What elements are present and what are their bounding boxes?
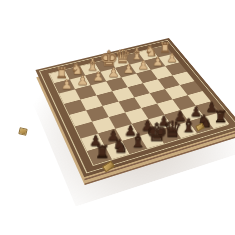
photo-scene: ♜♞♝♚♛♝♞♜♟♟♟♟♟♟♟♟♟♟♟♟♟♟♟♟♜♞♝♚♛♝♞♜ bbox=[0, 0, 235, 235]
white-pawn: ♟ bbox=[74, 74, 91, 87]
white-pawn: ♟ bbox=[164, 52, 180, 64]
white-pawn: ♟ bbox=[58, 78, 75, 91]
white-pawn: ♟ bbox=[120, 62, 136, 74]
black-king: ♚ bbox=[146, 121, 165, 145]
white-pawn: ♟ bbox=[90, 70, 106, 83]
black-rook: ♜ bbox=[92, 144, 111, 161]
black-knight: ♞ bbox=[111, 137, 130, 155]
white-pawn: ♟ bbox=[135, 59, 151, 71]
product-photo: ♜♞♝♚♛♝♞♜♟♟♟♟♟♟♟♟♟♟♟♟♟♟♟♟♜♞♝♚♛♝♞♜ bbox=[0, 0, 235, 235]
white-pawn: ♟ bbox=[150, 55, 166, 67]
black-bishop: ♝ bbox=[128, 131, 147, 150]
black-rook: ♜ bbox=[212, 109, 230, 125]
chess-board: ♜♞♝♚♛♝♞♜♟♟♟♟♟♟♟♟♟♟♟♟♟♟♟♟♜♞♝♚♛♝♞♜ bbox=[35, 38, 235, 177]
white-pawn: ♟ bbox=[105, 66, 121, 78]
